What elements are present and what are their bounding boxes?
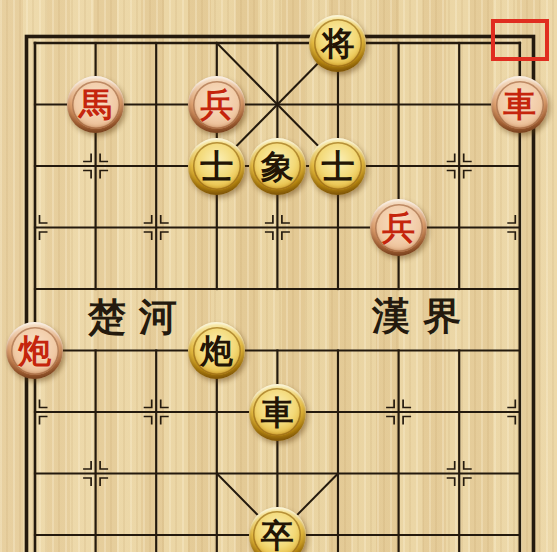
piece-glyph: 兵 (382, 211, 415, 244)
piece-glyph: 馬 (79, 88, 112, 121)
piece-glyph: 車 (261, 396, 294, 429)
piece-black-soldier[interactable]: 卒 (249, 507, 306, 552)
pieces-layer: 将馬兵車士象士兵炮炮車卒 (5, 12, 550, 552)
piece-black-elephant[interactable]: 象 (249, 138, 306, 195)
piece-glyph: 炮 (18, 334, 51, 367)
piece-black-cannon[interactable]: 炮 (188, 322, 245, 379)
piece-glyph: 士 (321, 150, 354, 183)
piece-glyph: 将 (321, 27, 354, 60)
xiangqi-board[interactable]: 楚河 漢界 将馬兵車士象士兵炮炮車卒 (0, 0, 557, 552)
piece-glyph: 士 (200, 150, 233, 183)
piece-red-chariot[interactable]: 車 (491, 76, 548, 133)
piece-glyph: 卒 (261, 519, 294, 552)
piece-red-soldier-b[interactable]: 兵 (370, 199, 427, 256)
piece-red-cannon[interactable]: 炮 (6, 322, 63, 379)
piece-glyph: 象 (261, 150, 294, 183)
piece-black-advisor-left[interactable]: 士 (188, 138, 245, 195)
piece-glyph: 炮 (200, 334, 233, 367)
piece-black-chariot[interactable]: 車 (249, 384, 306, 441)
piece-red-soldier-a[interactable]: 兵 (188, 76, 245, 133)
piece-black-advisor-right[interactable]: 士 (309, 138, 366, 195)
piece-glyph: 車 (503, 88, 536, 121)
piece-black-general[interactable]: 将 (309, 15, 366, 72)
piece-glyph: 兵 (200, 88, 233, 121)
piece-red-horse[interactable]: 馬 (67, 76, 124, 133)
